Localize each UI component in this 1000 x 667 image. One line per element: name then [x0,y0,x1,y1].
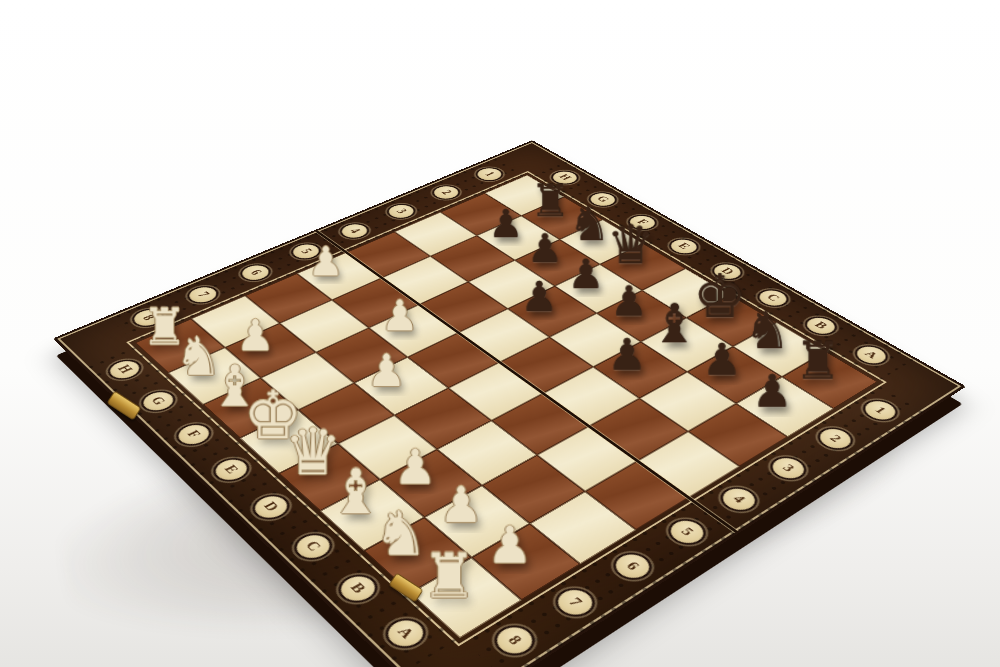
coord-rank-8: 8 [127,305,170,330]
coord-file-e: E [206,453,255,486]
coord-rank-7: 7 [182,283,224,307]
coord-file-b: B [331,569,385,608]
coord-file-g: G [135,386,181,415]
coord-rank-1: 1 [471,165,509,184]
coord-file-g: G [583,189,622,209]
coord-file-f: F [622,212,662,233]
coord-rank-4: 4 [714,482,766,516]
square-f6[interactable] [316,328,408,383]
coord-file-c: C [751,286,795,310]
coord-file-a: A [848,341,894,368]
coord-file-b: B [798,313,843,339]
coord-file-d: D [245,490,296,525]
coord-file-e: E [663,235,704,257]
photo-stage: HGFEDCBA HGFEDCBA 12345678 12345678 ♜♞♛♚… [0,0,1000,667]
coord-file-h: H [545,168,583,187]
coord-rank-6: 6 [235,261,277,284]
piece-white-pawn[interactable]: ♟ [353,348,421,392]
coord-file-d: D [706,260,749,283]
coord-rank-6: 6 [606,547,660,585]
coord-rank-2: 2 [811,423,860,454]
coord-rank-3: 3 [382,201,422,222]
coord-rank-1: 1 [856,395,904,425]
coord-rank-8: 8 [487,619,544,661]
coord-file-h: H [102,356,147,384]
square-b4[interactable] [589,398,688,460]
coord-file-a: A [377,612,433,654]
coord-rank-2: 2 [427,182,466,202]
coord-rank-7: 7 [548,582,603,622]
coord-file-c: C [287,528,339,565]
coord-file-f: F [170,419,218,450]
piece-black-pawn[interactable]: ♟ [738,368,807,413]
coord-rank-3: 3 [763,452,813,485]
coord-rank-4: 4 [335,220,375,242]
coord-rank-5: 5 [661,514,714,550]
coord-rank-5: 5 [286,240,327,262]
